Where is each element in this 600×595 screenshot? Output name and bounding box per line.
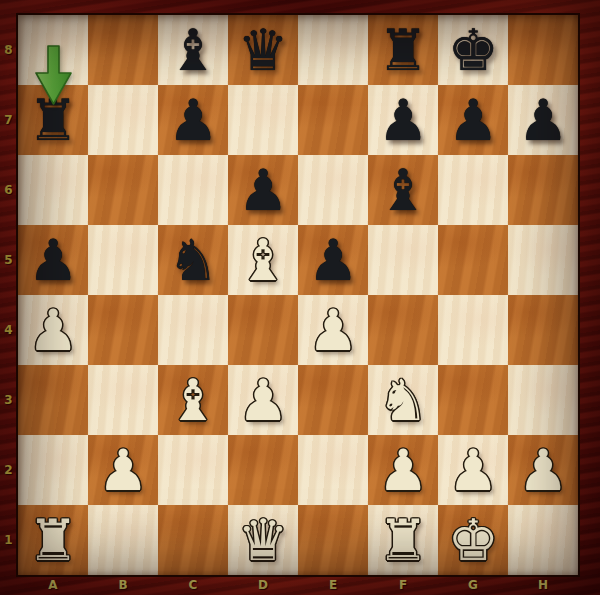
rank-label-7: 7 bbox=[0, 85, 17, 155]
square-b6[interactable] bbox=[88, 155, 158, 225]
square-e3[interactable] bbox=[298, 365, 368, 435]
piece-white-pawn[interactable]: ♟ bbox=[368, 435, 438, 505]
square-h5[interactable] bbox=[508, 225, 578, 295]
square-h6[interactable] bbox=[508, 155, 578, 225]
square-e7[interactable] bbox=[298, 85, 368, 155]
square-a3[interactable] bbox=[18, 365, 88, 435]
rank-label-3: 3 bbox=[0, 365, 17, 435]
file-label-c: C bbox=[158, 575, 228, 595]
square-e6[interactable] bbox=[298, 155, 368, 225]
square-g1[interactable]: ♚ bbox=[438, 505, 508, 575]
file-label-e: E bbox=[298, 575, 368, 595]
square-g2[interactable]: ♟ bbox=[438, 435, 508, 505]
square-e5[interactable]: ♟ bbox=[298, 225, 368, 295]
square-g4[interactable] bbox=[438, 295, 508, 365]
piece-black-rook[interactable]: ♜ bbox=[18, 85, 88, 155]
piece-black-pawn[interactable]: ♟ bbox=[228, 155, 298, 225]
piece-white-pawn[interactable]: ♟ bbox=[18, 295, 88, 365]
square-d8[interactable]: ♛ bbox=[228, 15, 298, 85]
piece-white-rook[interactable]: ♜ bbox=[18, 505, 88, 575]
piece-black-queen[interactable]: ♛ bbox=[228, 15, 298, 85]
piece-white-pawn[interactable]: ♟ bbox=[88, 435, 158, 505]
square-a4[interactable]: ♟ bbox=[18, 295, 88, 365]
piece-black-bishop[interactable]: ♝ bbox=[158, 15, 228, 85]
square-c4[interactable] bbox=[158, 295, 228, 365]
file-label-a: A bbox=[18, 575, 88, 595]
square-g6[interactable] bbox=[438, 155, 508, 225]
square-h3[interactable] bbox=[508, 365, 578, 435]
square-g5[interactable] bbox=[438, 225, 508, 295]
file-label-h: H bbox=[508, 575, 578, 595]
square-a1[interactable]: ♜ bbox=[18, 505, 88, 575]
square-a2[interactable] bbox=[18, 435, 88, 505]
piece-black-pawn[interactable]: ♟ bbox=[508, 85, 578, 155]
file-label-b: B bbox=[88, 575, 158, 595]
piece-black-knight[interactable]: ♞ bbox=[158, 225, 228, 295]
rank-label-5: 5 bbox=[0, 225, 17, 295]
square-g3[interactable] bbox=[438, 365, 508, 435]
square-f5[interactable] bbox=[368, 225, 438, 295]
rank-label-2: 2 bbox=[0, 435, 17, 505]
square-b1[interactable] bbox=[88, 505, 158, 575]
piece-black-king[interactable]: ♚ bbox=[438, 15, 508, 85]
piece-white-king[interactable]: ♚ bbox=[438, 505, 508, 575]
piece-white-pawn[interactable]: ♟ bbox=[298, 295, 368, 365]
square-e2[interactable] bbox=[298, 435, 368, 505]
square-d4[interactable] bbox=[228, 295, 298, 365]
square-f2[interactable]: ♟ bbox=[368, 435, 438, 505]
piece-white-bishop[interactable]: ♝ bbox=[158, 365, 228, 435]
square-h7[interactable]: ♟ bbox=[508, 85, 578, 155]
square-e8[interactable] bbox=[298, 15, 368, 85]
file-label-g: G bbox=[438, 575, 508, 595]
rank-label-8: 8 bbox=[0, 15, 17, 85]
chess-board-frame: ♝♛♜♚♜♟♟♟♟♟♝♟♞♝♟♟♟♝♟♞♟♟♟♟♜♛♜♚ 87654321ABC… bbox=[0, 0, 600, 595]
piece-white-rook[interactable]: ♜ bbox=[368, 505, 438, 575]
rank-label-6: 6 bbox=[0, 155, 17, 225]
piece-black-pawn[interactable]: ♟ bbox=[438, 85, 508, 155]
piece-white-pawn[interactable]: ♟ bbox=[508, 435, 578, 505]
piece-black-rook[interactable]: ♜ bbox=[368, 15, 438, 85]
square-c7[interactable]: ♟ bbox=[158, 85, 228, 155]
rank-label-1: 1 bbox=[0, 505, 17, 575]
piece-white-knight[interactable]: ♞ bbox=[368, 365, 438, 435]
piece-white-queen[interactable]: ♛ bbox=[228, 505, 298, 575]
square-b5[interactable] bbox=[88, 225, 158, 295]
square-d7[interactable] bbox=[228, 85, 298, 155]
square-f8[interactable]: ♜ bbox=[368, 15, 438, 85]
square-g7[interactable]: ♟ bbox=[438, 85, 508, 155]
piece-black-pawn[interactable]: ♟ bbox=[368, 85, 438, 155]
square-d6[interactable]: ♟ bbox=[228, 155, 298, 225]
file-label-d: D bbox=[228, 575, 298, 595]
square-d3[interactable]: ♟ bbox=[228, 365, 298, 435]
square-f6[interactable]: ♝ bbox=[368, 155, 438, 225]
square-e1[interactable] bbox=[298, 505, 368, 575]
square-a5[interactable]: ♟ bbox=[18, 225, 88, 295]
square-e4[interactable]: ♟ bbox=[298, 295, 368, 365]
square-d1[interactable]: ♛ bbox=[228, 505, 298, 575]
piece-black-pawn[interactable]: ♟ bbox=[18, 225, 88, 295]
piece-black-pawn[interactable]: ♟ bbox=[158, 85, 228, 155]
piece-black-pawn[interactable]: ♟ bbox=[298, 225, 368, 295]
square-b4[interactable] bbox=[88, 295, 158, 365]
square-b2[interactable]: ♟ bbox=[88, 435, 158, 505]
square-c3[interactable]: ♝ bbox=[158, 365, 228, 435]
square-c6[interactable] bbox=[158, 155, 228, 225]
square-c1[interactable] bbox=[158, 505, 228, 575]
square-c2[interactable] bbox=[158, 435, 228, 505]
square-a8[interactable] bbox=[18, 15, 88, 85]
square-c5[interactable]: ♞ bbox=[158, 225, 228, 295]
piece-white-bishop[interactable]: ♝ bbox=[228, 225, 298, 295]
square-g8[interactable]: ♚ bbox=[438, 15, 508, 85]
square-f7[interactable]: ♟ bbox=[368, 85, 438, 155]
chess-board: ♝♛♜♚♜♟♟♟♟♟♝♟♞♝♟♟♟♝♟♞♟♟♟♟♜♛♜♚ bbox=[16, 13, 580, 577]
square-c8[interactable]: ♝ bbox=[158, 15, 228, 85]
rank-label-4: 4 bbox=[0, 295, 17, 365]
square-b8[interactable] bbox=[88, 15, 158, 85]
square-f4[interactable] bbox=[368, 295, 438, 365]
square-h4[interactable] bbox=[508, 295, 578, 365]
square-h2[interactable]: ♟ bbox=[508, 435, 578, 505]
square-a6[interactable] bbox=[18, 155, 88, 225]
square-f3[interactable]: ♞ bbox=[368, 365, 438, 435]
piece-black-bishop[interactable]: ♝ bbox=[368, 155, 438, 225]
square-b3[interactable] bbox=[88, 365, 158, 435]
square-b7[interactable] bbox=[88, 85, 158, 155]
square-h8[interactable] bbox=[508, 15, 578, 85]
file-label-f: F bbox=[368, 575, 438, 595]
square-d2[interactable] bbox=[228, 435, 298, 505]
piece-white-pawn[interactable]: ♟ bbox=[438, 435, 508, 505]
square-d5[interactable]: ♝ bbox=[228, 225, 298, 295]
square-h1[interactable] bbox=[508, 505, 578, 575]
square-a7[interactable]: ♜ bbox=[18, 85, 88, 155]
square-f1[interactable]: ♜ bbox=[368, 505, 438, 575]
piece-white-pawn[interactable]: ♟ bbox=[228, 365, 298, 435]
